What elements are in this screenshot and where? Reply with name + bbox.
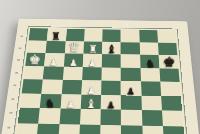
square-g7 — [139, 42, 158, 55]
square-h4 — [160, 82, 181, 96]
square-f8 — [121, 30, 140, 42]
square-a6: ♚ — [25, 53, 45, 66]
white-pawn: ♟ — [60, 100, 80, 110]
square-g4 — [140, 81, 160, 95]
white-pawn: ♟ — [44, 58, 63, 67]
square-d5 — [82, 67, 102, 81]
square-c7: ♛ — [64, 41, 83, 54]
square-c4 — [61, 80, 82, 94]
coordinate-tick — [13, 85, 16, 87]
square-e6 — [102, 54, 121, 67]
square-g5 — [140, 68, 160, 82]
coordinate-tick — [15, 72, 18, 74]
square-f5 — [121, 67, 141, 81]
coordinate-tick — [20, 36, 23, 37]
square-h5 — [159, 68, 179, 82]
vinyl-chess-mat: ♜♛♜♝♚♟♟♟♞♚♟♟♞♟♝♟ ♛ — [0, 19, 200, 134]
square-a5 — [24, 66, 45, 80]
coordinate-tick — [19, 47, 22, 48]
square-d4: ♟ — [81, 80, 101, 94]
square-h8 — [157, 30, 176, 42]
square-d2 — [80, 109, 101, 125]
square-g2 — [141, 110, 162, 126]
white-rook: ♜ — [83, 44, 102, 55]
square-b4 — [42, 80, 63, 94]
black-pawn: ♟ — [101, 101, 122, 111]
square-b3: ♞ — [40, 94, 61, 109]
square-f1 — [121, 125, 142, 134]
black-knight: ♞ — [140, 58, 159, 69]
square-b2 — [38, 108, 60, 124]
black-rook: ♜ — [47, 31, 66, 42]
square-g6: ♞ — [140, 55, 160, 68]
square-g1 — [142, 125, 164, 134]
square-d8 — [84, 29, 103, 41]
square-c5 — [62, 66, 82, 80]
square-f3 — [121, 95, 141, 110]
square-f7 — [121, 42, 140, 55]
square-h6: ♚ — [158, 55, 178, 68]
coordinate-tick — [9, 112, 12, 114]
white-pawn: ♟ — [83, 58, 102, 67]
square-a4 — [22, 79, 43, 93]
white-pawn: ♟ — [63, 58, 82, 67]
square-b7 — [46, 41, 66, 54]
square-e8 — [102, 29, 120, 41]
square-e4 — [101, 81, 121, 95]
coordinate-tick — [17, 59, 20, 61]
black-king: ♚ — [159, 55, 178, 69]
chess-board: ♜♛♜♝♚♟♟♟♞♚♟♟♞♟♝♟ — [16, 28, 185, 134]
coordinate-tick — [11, 98, 14, 100]
square-h1 — [163, 126, 185, 134]
square-e7: ♝ — [102, 41, 121, 54]
square-a1 — [16, 123, 39, 134]
black-knight: ♞ — [40, 98, 60, 110]
square-h2 — [162, 110, 184, 126]
white-pawn: ♟ — [81, 86, 101, 96]
square-c2 — [59, 108, 80, 124]
square-f2 — [121, 110, 142, 126]
coordinate-tick — [7, 126, 10, 128]
square-e5 — [101, 67, 121, 81]
square-e2 — [100, 109, 121, 125]
square-b1 — [37, 123, 59, 134]
black-bishop: ♝ — [102, 43, 121, 55]
square-h3 — [161, 96, 182, 111]
square-a8 — [29, 28, 49, 40]
square-d1 — [79, 124, 100, 134]
square-b5 — [43, 66, 64, 80]
square-e1 — [100, 124, 121, 134]
square-f4: ♟ — [121, 81, 141, 95]
square-b8: ♜ — [47, 28, 66, 40]
black-pawn: ♟ — [121, 86, 141, 96]
square-d6: ♟ — [83, 54, 102, 67]
white-king: ♚ — [25, 53, 44, 67]
square-g3 — [141, 95, 162, 110]
square-c3: ♟ — [60, 94, 81, 109]
photo-chess-scene: ♜♛♜♝♚♟♟♟♞♚♟♟♞♟♝♟ ♛ — [0, 0, 200, 134]
square-d3: ♝ — [81, 94, 102, 109]
white-bishop: ♝ — [80, 97, 101, 110]
square-f6 — [121, 54, 140, 67]
square-d7: ♜ — [83, 41, 102, 54]
square-c6: ♟ — [63, 53, 83, 66]
square-a3 — [20, 93, 42, 108]
square-c1 — [58, 124, 80, 134]
square-b6: ♟ — [44, 53, 64, 66]
square-a2 — [18, 108, 40, 124]
square-e3: ♟ — [101, 95, 121, 110]
white-queen: ♛ — [64, 41, 83, 55]
square-g8 — [139, 30, 158, 42]
